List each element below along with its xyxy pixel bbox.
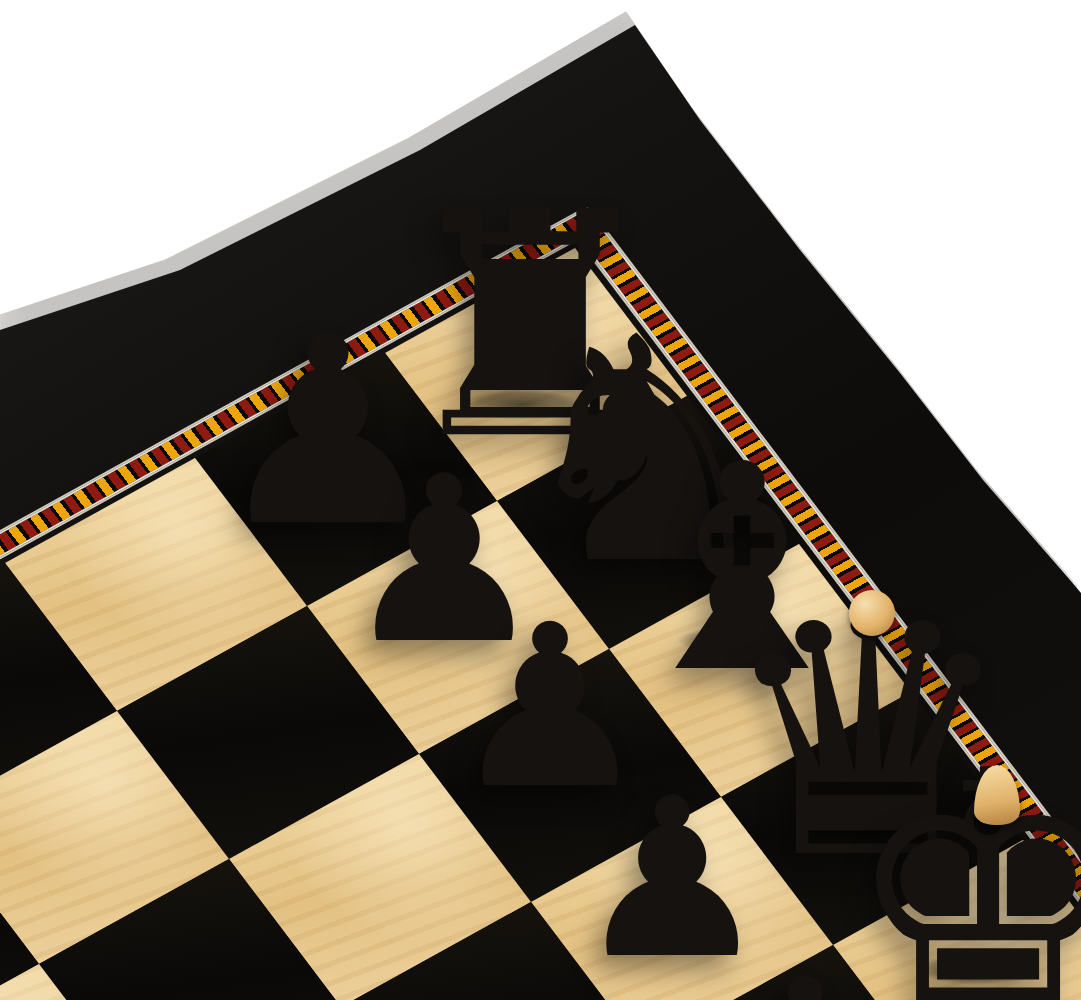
photo-stage: ♜♞♝♛♚♟♟♟♟♟ [0, 0, 1081, 1000]
piece-black-pawn-e7[interactable]: ♟ [695, 950, 915, 1000]
queen-finial [849, 590, 895, 636]
piece-layer: ♜♞♝♛♚♟♟♟♟♟ [0, 0, 1081, 1000]
